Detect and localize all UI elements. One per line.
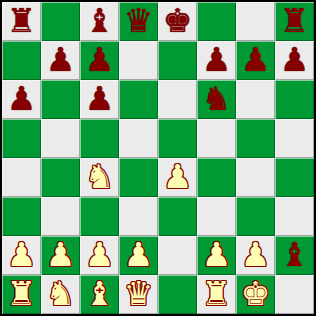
square-b7[interactable]: ♟ bbox=[41, 41, 80, 80]
square-h4[interactable] bbox=[275, 158, 314, 197]
square-a4[interactable] bbox=[2, 158, 41, 197]
square-a1[interactable]: ♜ bbox=[2, 275, 41, 314]
square-f3[interactable] bbox=[197, 197, 236, 236]
piece-black-pawn[interactable]: ♟ bbox=[202, 43, 232, 76]
square-g3[interactable] bbox=[236, 197, 275, 236]
square-h5[interactable] bbox=[275, 119, 314, 158]
piece-black-pawn[interactable]: ♟ bbox=[241, 43, 271, 76]
square-c5[interactable] bbox=[80, 119, 119, 158]
square-a6[interactable]: ♟ bbox=[2, 80, 41, 119]
square-e7[interactable] bbox=[158, 41, 197, 80]
square-a2[interactable]: ♟ bbox=[2, 236, 41, 275]
square-d1[interactable]: ♛ bbox=[119, 275, 158, 314]
square-d3[interactable] bbox=[119, 197, 158, 236]
square-b3[interactable] bbox=[41, 197, 80, 236]
square-c3[interactable] bbox=[80, 197, 119, 236]
square-g5[interactable] bbox=[236, 119, 275, 158]
square-d7[interactable] bbox=[119, 41, 158, 80]
piece-white-pawn[interactable]: ♟ bbox=[85, 238, 115, 271]
piece-black-pawn[interactable]: ♟ bbox=[85, 43, 115, 76]
piece-white-queen[interactable]: ♛ bbox=[124, 277, 154, 310]
piece-black-pawn[interactable]: ♟ bbox=[85, 82, 115, 115]
piece-white-pawn[interactable]: ♟ bbox=[241, 238, 271, 271]
piece-white-pawn[interactable]: ♟ bbox=[124, 238, 154, 271]
piece-black-bishop[interactable]: ♝ bbox=[280, 238, 310, 271]
square-h7[interactable]: ♟ bbox=[275, 41, 314, 80]
piece-white-rook[interactable]: ♜ bbox=[7, 277, 37, 310]
square-c8[interactable]: ♝ bbox=[80, 2, 119, 41]
square-d4[interactable] bbox=[119, 158, 158, 197]
square-g6[interactable] bbox=[236, 80, 275, 119]
square-h6[interactable] bbox=[275, 80, 314, 119]
square-a8[interactable]: ♜ bbox=[2, 2, 41, 41]
square-d2[interactable]: ♟ bbox=[119, 236, 158, 275]
piece-black-pawn[interactable]: ♟ bbox=[280, 43, 310, 76]
square-g2[interactable]: ♟ bbox=[236, 236, 275, 275]
square-f1[interactable]: ♜ bbox=[197, 275, 236, 314]
square-c1[interactable]: ♝ bbox=[80, 275, 119, 314]
square-a7[interactable] bbox=[2, 41, 41, 80]
chess-board: ♜♝♛♚♜♟♟♟♟♟♟♟♞♞♟♟♟♟♟♟♟♝♜♞♝♛♜♚ bbox=[2, 2, 314, 314]
piece-black-king[interactable]: ♚ bbox=[163, 4, 193, 37]
square-b4[interactable] bbox=[41, 158, 80, 197]
square-d8[interactable]: ♛ bbox=[119, 2, 158, 41]
square-d6[interactable] bbox=[119, 80, 158, 119]
square-g8[interactable] bbox=[236, 2, 275, 41]
piece-white-pawn[interactable]: ♟ bbox=[202, 238, 232, 271]
piece-white-pawn[interactable]: ♟ bbox=[46, 238, 76, 271]
square-a3[interactable] bbox=[2, 197, 41, 236]
square-h2[interactable]: ♝ bbox=[275, 236, 314, 275]
piece-black-rook[interactable]: ♜ bbox=[7, 4, 37, 37]
square-f8[interactable] bbox=[197, 2, 236, 41]
chess-board-frame: ♜♝♛♚♜♟♟♟♟♟♟♟♞♞♟♟♟♟♟♟♟♝♜♞♝♛♜♚ bbox=[0, 0, 316, 316]
piece-black-knight[interactable]: ♞ bbox=[202, 82, 232, 115]
square-e4[interactable]: ♟ bbox=[158, 158, 197, 197]
piece-black-rook[interactable]: ♜ bbox=[280, 4, 310, 37]
square-b6[interactable] bbox=[41, 80, 80, 119]
square-c6[interactable]: ♟ bbox=[80, 80, 119, 119]
piece-white-pawn[interactable]: ♟ bbox=[7, 238, 37, 271]
piece-white-pawn[interactable]: ♟ bbox=[163, 160, 193, 193]
piece-black-pawn[interactable]: ♟ bbox=[46, 43, 76, 76]
square-f4[interactable] bbox=[197, 158, 236, 197]
square-e3[interactable] bbox=[158, 197, 197, 236]
square-f5[interactable] bbox=[197, 119, 236, 158]
square-e5[interactable] bbox=[158, 119, 197, 158]
square-g7[interactable]: ♟ bbox=[236, 41, 275, 80]
square-e8[interactable]: ♚ bbox=[158, 2, 197, 41]
square-c4[interactable]: ♞ bbox=[80, 158, 119, 197]
piece-black-pawn[interactable]: ♟ bbox=[7, 82, 37, 115]
square-h3[interactable] bbox=[275, 197, 314, 236]
square-c2[interactable]: ♟ bbox=[80, 236, 119, 275]
square-f6[interactable]: ♞ bbox=[197, 80, 236, 119]
piece-white-knight[interactable]: ♞ bbox=[46, 277, 76, 310]
piece-white-knight[interactable]: ♞ bbox=[85, 160, 115, 193]
square-d5[interactable] bbox=[119, 119, 158, 158]
square-e2[interactable] bbox=[158, 236, 197, 275]
square-e6[interactable] bbox=[158, 80, 197, 119]
piece-white-king[interactable]: ♚ bbox=[241, 277, 271, 310]
square-a5[interactable] bbox=[2, 119, 41, 158]
piece-white-bishop[interactable]: ♝ bbox=[85, 277, 115, 310]
square-b2[interactable]: ♟ bbox=[41, 236, 80, 275]
square-h8[interactable]: ♜ bbox=[275, 2, 314, 41]
square-g4[interactable] bbox=[236, 158, 275, 197]
square-c7[interactable]: ♟ bbox=[80, 41, 119, 80]
square-h1[interactable] bbox=[275, 275, 314, 314]
piece-white-rook[interactable]: ♜ bbox=[202, 277, 232, 310]
piece-black-bishop[interactable]: ♝ bbox=[85, 4, 115, 37]
square-g1[interactable]: ♚ bbox=[236, 275, 275, 314]
square-f2[interactable]: ♟ bbox=[197, 236, 236, 275]
square-e1[interactable] bbox=[158, 275, 197, 314]
square-b5[interactable] bbox=[41, 119, 80, 158]
square-b8[interactable] bbox=[41, 2, 80, 41]
piece-black-queen[interactable]: ♛ bbox=[124, 4, 154, 37]
square-b1[interactable]: ♞ bbox=[41, 275, 80, 314]
square-f7[interactable]: ♟ bbox=[197, 41, 236, 80]
